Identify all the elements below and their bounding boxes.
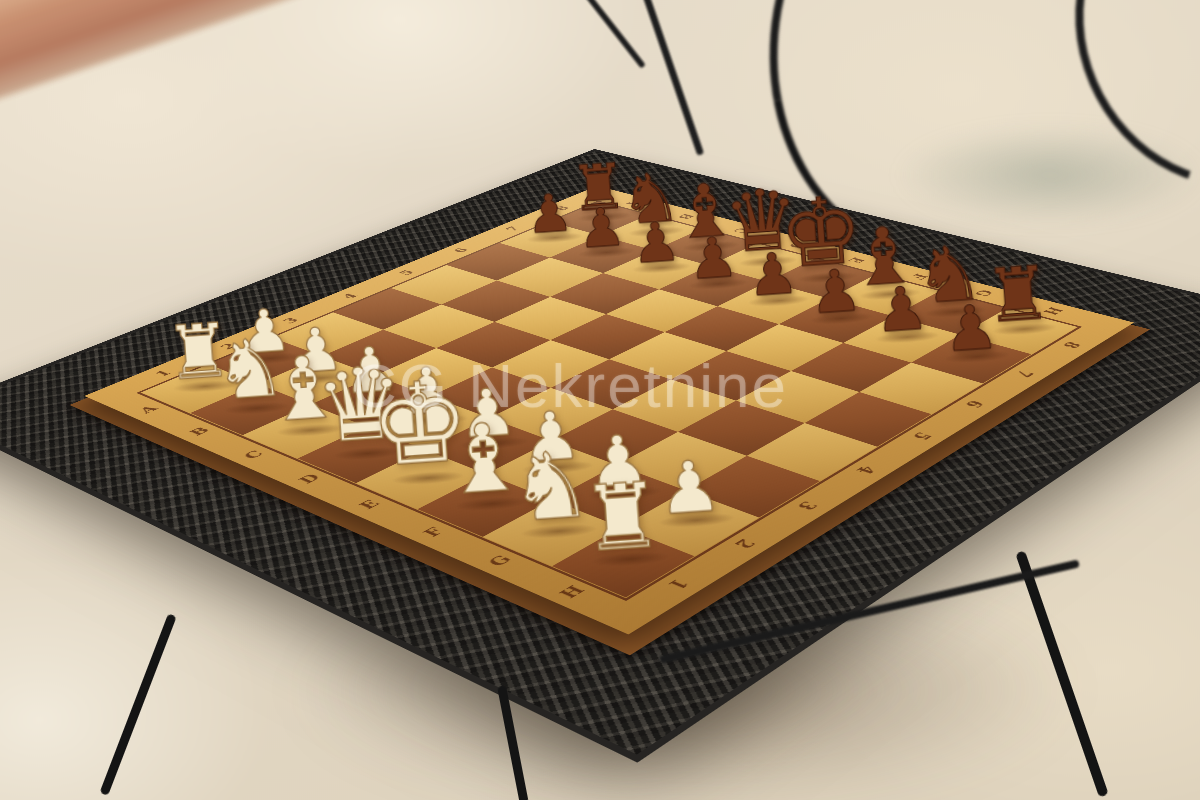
white-pawn-g2: ♟	[535, 421, 700, 502]
photo-stage: ABCDEFGH8877665544332211ABCDEFGH ♜♞♝♛♚♝♞…	[0, 0, 1200, 800]
white-bishop-f1: ♝	[400, 405, 566, 512]
black-pawn-h7: ♟	[897, 292, 1045, 365]
black-pawn-f7: ♟	[765, 257, 905, 326]
black-pawn-c7: ♟	[590, 211, 721, 275]
white-knight-g1: ♞	[465, 434, 636, 539]
black-pawn-g7: ♟	[829, 274, 973, 345]
watermark-text: CG Nekretnine	[352, 350, 788, 421]
black-pawn-d7: ♟	[646, 225, 780, 291]
black-pawn-e7: ♟	[704, 241, 841, 308]
white-pawn-h2: ♟	[604, 446, 774, 529]
white-rook-h1: ♜	[534, 465, 710, 568]
